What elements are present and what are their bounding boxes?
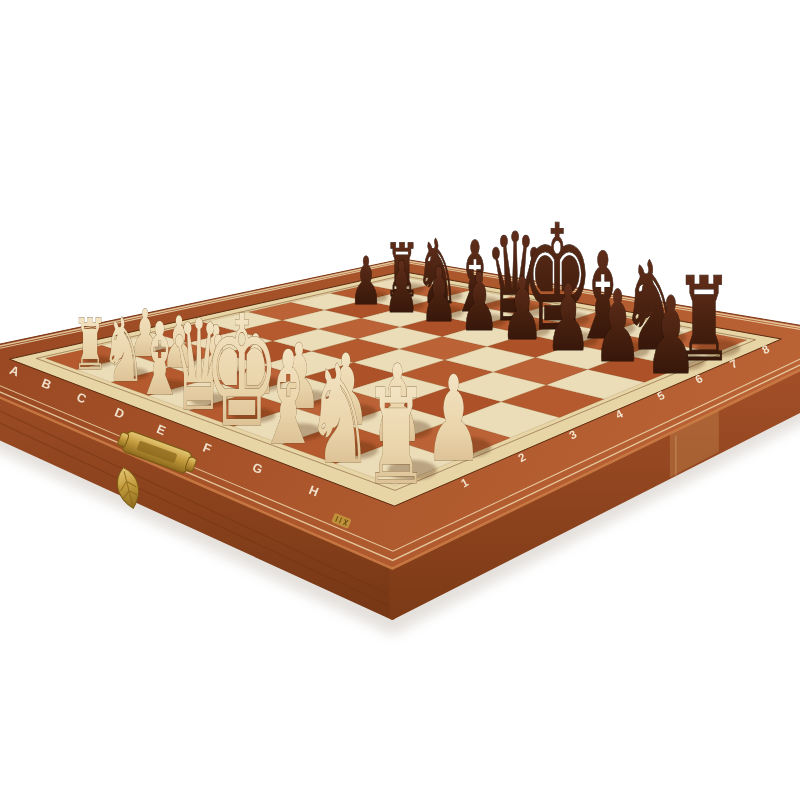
piece-black-pawn-d7: ♟ [460,255,499,348]
piece-white-pawn-h2: ♟ [425,351,483,487]
piece-black-pawn-b7: ♟ [384,247,419,330]
piece-white-rook-h1: ♜ [363,361,428,515]
piece-black-pawn-e7: ♟ [501,260,543,359]
piece-black-pawn-f7: ♟ [546,264,591,372]
chess-scene: ABCDEFGH12345678♜♞♟♝♟♛♟♚♟♝♟♞♟♜♟♟♟♟♜♟♞♟♝♟… [0,0,800,800]
piece-black-pawn-g7: ♟ [593,269,642,384]
piece-black-pawn-a7: ♟ [350,244,383,321]
chess-set-photo: ABCDEFGH12345678♜♞♟♝♟♛♟♚♟♝♟♞♟♜♟♟♟♟♜♟♞♟♝♟… [0,0,800,800]
piece-black-pawn-c7: ♟ [421,251,458,338]
piece-black-pawn-h7: ♟ [645,274,698,398]
